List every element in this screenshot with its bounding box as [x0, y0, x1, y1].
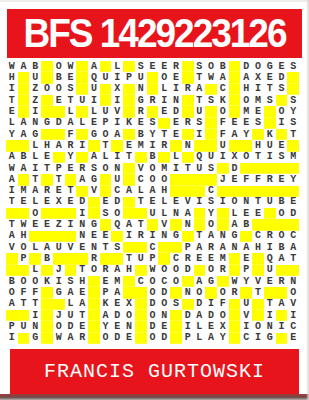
- blocked-cell: [147, 219, 159, 230]
- letter-cell: O: [147, 310, 159, 321]
- blocked-cell: [182, 231, 194, 242]
- letter-cell: U: [88, 84, 100, 95]
- blocked-cell: [18, 265, 30, 276]
- blocked-cell: [41, 321, 53, 332]
- letter-cell: G: [41, 118, 53, 129]
- letter-cell: I: [111, 72, 123, 83]
- letter-cell: A: [18, 118, 30, 129]
- blocked-cell: [135, 321, 147, 332]
- letter-cell: D: [65, 321, 77, 332]
- letter-cell: C: [135, 174, 147, 185]
- letter-cell: U: [147, 208, 159, 219]
- letter-cell: O: [217, 310, 229, 321]
- letter-cell: I: [53, 276, 65, 287]
- letter-cell: S: [205, 95, 217, 106]
- letter-cell: Q: [88, 72, 100, 83]
- blocked-cell: [88, 333, 100, 344]
- letter-cell: W: [53, 333, 65, 344]
- letter-cell: T: [76, 265, 88, 276]
- blocked-cell: [240, 287, 252, 298]
- letter-cell: I: [88, 95, 100, 106]
- letter-cell: D: [76, 197, 88, 208]
- letter-cell: C: [135, 276, 147, 287]
- letter-cell: T: [287, 253, 299, 264]
- blocked-cell: [18, 140, 30, 151]
- letter-cell: R: [276, 276, 288, 287]
- blocked-cell: [182, 276, 194, 287]
- letter-cell: Y: [65, 152, 77, 163]
- letter-cell: V: [65, 242, 77, 253]
- letter-cell: W: [205, 72, 217, 83]
- letter-cell: T: [123, 152, 135, 163]
- puzzle-grid: WABOWALSEERSOBDOGESHUBEQUIPUOETWAAXEDIZO…: [6, 61, 299, 344]
- letter-cell: A: [194, 84, 206, 95]
- letter-cell: O: [158, 72, 170, 83]
- blocked-cell: [135, 333, 147, 344]
- letter-cell: M: [287, 152, 299, 163]
- blocked-cell: [240, 186, 252, 197]
- letter-cell: A: [65, 287, 77, 298]
- letter-cell: A: [205, 333, 217, 344]
- letter-cell: A: [18, 61, 30, 72]
- blocked-cell: [41, 231, 53, 242]
- letter-cell: Y: [147, 129, 159, 140]
- letter-cell: T: [65, 186, 77, 197]
- letter-cell: I: [76, 140, 88, 151]
- letter-cell: O: [53, 61, 65, 72]
- letter-cell: E: [18, 197, 30, 208]
- letter-cell: R: [217, 265, 229, 276]
- letter-cell: L: [194, 321, 206, 332]
- blocked-cell: [100, 253, 112, 264]
- letter-cell: P: [240, 265, 252, 276]
- blocked-cell: [287, 219, 299, 230]
- letter-cell: I: [65, 219, 77, 230]
- letter-cell: E: [41, 152, 53, 163]
- blocked-cell: [76, 253, 88, 264]
- letter-cell: E: [205, 253, 217, 264]
- blocked-cell: [18, 95, 30, 106]
- blocked-cell: [287, 140, 299, 151]
- letter-cell: V: [158, 219, 170, 230]
- letter-cell: B: [6, 276, 18, 287]
- letter-cell: L: [29, 265, 41, 276]
- letter-cell: A: [76, 174, 88, 185]
- letter-cell: Z: [29, 84, 41, 95]
- letter-cell: M: [18, 186, 30, 197]
- letter-cell: C: [111, 186, 123, 197]
- letter-cell: L: [65, 299, 77, 310]
- letter-cell: B: [217, 61, 229, 72]
- letter-cell: O: [158, 265, 170, 276]
- blocked-cell: [264, 186, 276, 197]
- letter-cell: E: [88, 118, 100, 129]
- letter-cell: X: [252, 72, 264, 83]
- letter-cell: S: [252, 118, 264, 129]
- blocked-cell: [41, 72, 53, 83]
- blocked-cell: [111, 253, 123, 264]
- letter-cell: S: [205, 197, 217, 208]
- letter-cell: S: [287, 61, 299, 72]
- blocked-cell: [252, 129, 264, 140]
- letter-cell: V: [252, 276, 264, 287]
- blocked-cell: [18, 208, 30, 219]
- letter-cell: H: [76, 276, 88, 287]
- blocked-cell: [252, 299, 264, 310]
- letter-cell: V: [240, 310, 252, 321]
- blocked-cell: [76, 106, 88, 117]
- letter-cell: U: [135, 72, 147, 83]
- blocked-cell: [252, 253, 264, 264]
- letter-cell: D: [229, 163, 241, 174]
- letter-cell: E: [135, 118, 147, 129]
- letter-cell: A: [147, 186, 159, 197]
- letter-cell: E: [240, 118, 252, 129]
- letter-cell: A: [217, 242, 229, 253]
- letter-cell: R: [182, 253, 194, 264]
- blocked-cell: [88, 140, 100, 151]
- letter-cell: J: [53, 310, 65, 321]
- letter-cell: E: [65, 72, 77, 83]
- letter-cell: S: [65, 276, 77, 287]
- letter-cell: L: [29, 152, 41, 163]
- letter-cell: O: [88, 265, 100, 276]
- blocked-cell: [76, 61, 88, 72]
- blocked-cell: [111, 231, 123, 242]
- letter-cell: J: [217, 174, 229, 185]
- blocked-cell: [123, 163, 135, 174]
- blocked-cell: [65, 253, 77, 264]
- blocked-cell: [276, 129, 288, 140]
- letter-cell: Y: [217, 333, 229, 344]
- letter-cell: L: [158, 84, 170, 95]
- letter-cell: D: [111, 310, 123, 321]
- letter-cell: I: [194, 129, 206, 140]
- letter-cell: A: [88, 61, 100, 72]
- blocked-cell: [88, 197, 100, 208]
- letter-cell: U: [194, 163, 206, 174]
- blocked-cell: [18, 333, 30, 344]
- letter-cell: I: [205, 299, 217, 310]
- blocked-cell: [65, 265, 77, 276]
- blocked-cell: [229, 84, 241, 95]
- letter-cell: T: [287, 129, 299, 140]
- letter-cell: E: [158, 61, 170, 72]
- letter-cell: L: [29, 242, 41, 253]
- blocked-cell: [182, 152, 194, 163]
- letter-cell: R: [205, 242, 217, 253]
- letter-cell: D: [194, 299, 206, 310]
- letter-cell: O: [276, 208, 288, 219]
- letter-cell: E: [287, 333, 299, 344]
- letter-cell: E: [123, 140, 135, 151]
- letter-cell: A: [18, 129, 30, 140]
- letter-cell: U: [100, 106, 112, 117]
- letter-cell: Y: [6, 129, 18, 140]
- blocked-cell: [264, 106, 276, 117]
- letter-cell: I: [170, 84, 182, 95]
- blocked-cell: [135, 208, 147, 219]
- blocked-cell: [41, 129, 53, 140]
- letter-cell: P: [18, 253, 30, 264]
- blocked-cell: [170, 333, 182, 344]
- letter-cell: L: [6, 118, 18, 129]
- blocked-cell: [264, 163, 276, 174]
- letter-cell: E: [100, 276, 112, 287]
- letter-cell: L: [229, 208, 241, 219]
- blocked-cell: [205, 174, 217, 185]
- letter-cell: I: [217, 152, 229, 163]
- blocked-cell: [53, 231, 65, 242]
- blocked-cell: [229, 253, 241, 264]
- letter-cell: S: [65, 84, 77, 95]
- letter-cell: A: [194, 276, 206, 287]
- blocked-cell: [123, 106, 135, 117]
- letter-cell: R: [100, 265, 112, 276]
- letter-cell: A: [65, 333, 77, 344]
- letter-cell: M: [217, 253, 229, 264]
- letter-cell: Z: [53, 219, 65, 230]
- letter-cell: V: [88, 186, 100, 197]
- blocked-cell: [194, 140, 206, 151]
- blocked-cell: [76, 152, 88, 163]
- letter-cell: E: [6, 106, 18, 117]
- letter-cell: T: [158, 129, 170, 140]
- blocked-cell: [6, 253, 18, 264]
- blocked-cell: [123, 287, 135, 298]
- blocked-cell: [205, 140, 217, 151]
- blocked-cell: [41, 174, 53, 185]
- blocked-cell: [170, 242, 182, 253]
- letter-cell: G: [135, 95, 147, 106]
- letter-cell: T: [65, 95, 77, 106]
- letter-cell: A: [76, 299, 88, 310]
- blocked-cell: [53, 208, 65, 219]
- letter-cell: T: [6, 197, 18, 208]
- letter-cell: U: [205, 152, 217, 163]
- letter-cell: O: [205, 61, 217, 72]
- blocked-cell: [123, 276, 135, 287]
- letter-cell: N: [76, 219, 88, 230]
- letter-cell: L: [158, 197, 170, 208]
- letter-cell: R: [182, 118, 194, 129]
- letter-cell: C: [252, 231, 264, 242]
- letter-cell: T: [6, 95, 18, 106]
- blocked-cell: [276, 265, 288, 276]
- letter-cell: O: [170, 276, 182, 287]
- blocked-cell: [170, 140, 182, 151]
- letter-cell: Y: [287, 106, 299, 117]
- letter-cell: I: [276, 321, 288, 332]
- letter-cell: I: [264, 310, 276, 321]
- letter-cell: V: [6, 242, 18, 253]
- blocked-cell: [264, 219, 276, 230]
- blocked-cell: [135, 299, 147, 310]
- letter-cell: O: [29, 276, 41, 287]
- letter-cell: O: [123, 310, 135, 321]
- letter-cell: M: [252, 95, 264, 106]
- letter-cell: D: [205, 310, 217, 321]
- blocked-cell: [276, 310, 288, 321]
- letter-cell: K: [123, 118, 135, 129]
- blocked-cell: [194, 265, 206, 276]
- blocked-cell: [240, 140, 252, 151]
- blocked-cell: [158, 118, 170, 129]
- letter-cell: E: [41, 197, 53, 208]
- letter-cell: A: [276, 253, 288, 264]
- blocked-cell: [229, 72, 241, 83]
- blocked-cell: [170, 174, 182, 185]
- blocked-cell: [76, 84, 88, 95]
- blocked-cell: [252, 219, 264, 230]
- letter-cell: R: [182, 84, 194, 95]
- letter-cell: T: [252, 152, 264, 163]
- title-banner: BFS 1429223126: [7, 9, 302, 58]
- letter-cell: O: [240, 152, 252, 163]
- letter-cell: D: [53, 118, 65, 129]
- letter-cell: Y: [100, 321, 112, 332]
- blocked-cell: [182, 299, 194, 310]
- author-banner: FRANCIS GURTOWSKI: [10, 349, 299, 394]
- letter-cell: L: [135, 186, 147, 197]
- letter-cell: F: [240, 174, 252, 185]
- blocked-cell: [217, 163, 229, 174]
- letter-cell: G: [170, 231, 182, 242]
- letter-cell: B: [135, 129, 147, 140]
- blocked-cell: [41, 208, 53, 219]
- letter-cell: E: [276, 174, 288, 185]
- letter-cell: B: [147, 152, 159, 163]
- letter-cell: D: [158, 287, 170, 298]
- letter-cell: T: [100, 242, 112, 253]
- letter-cell: E: [194, 253, 206, 264]
- blocked-cell: [182, 61, 194, 72]
- letter-cell: G: [88, 219, 100, 230]
- letter-cell: G: [264, 333, 276, 344]
- blocked-cell: [100, 186, 112, 197]
- letter-cell: O: [53, 321, 65, 332]
- blocked-cell: [123, 174, 135, 185]
- letter-cell: A: [240, 72, 252, 83]
- letter-cell: R: [65, 140, 77, 151]
- letter-cell: B: [53, 72, 65, 83]
- blocked-cell: [147, 72, 159, 83]
- cover-right-edge: [306, 0, 309, 400]
- letter-cell: S: [147, 118, 159, 129]
- letter-cell: D: [182, 310, 194, 321]
- letter-cell: P: [53, 163, 65, 174]
- letter-cell: P: [6, 321, 18, 332]
- letter-cell: N: [88, 242, 100, 253]
- blocked-cell: [41, 299, 53, 310]
- letter-cell: N: [182, 219, 194, 230]
- letter-cell: S: [194, 61, 206, 72]
- letter-cell: L: [170, 152, 182, 163]
- letter-cell: C: [147, 242, 159, 253]
- blocked-cell: [194, 208, 206, 219]
- blocked-cell: [229, 106, 241, 117]
- letter-cell: I: [6, 186, 18, 197]
- letter-cell: T: [182, 163, 194, 174]
- letter-cell: A: [6, 299, 18, 310]
- letter-cell: Q: [111, 219, 123, 230]
- letter-cell: E: [170, 72, 182, 83]
- letter-cell: I: [111, 152, 123, 163]
- blocked-cell: [100, 95, 112, 106]
- blocked-cell: [194, 219, 206, 230]
- letter-cell: D: [276, 72, 288, 83]
- letter-cell: D: [287, 208, 299, 219]
- blocked-cell: [229, 186, 241, 197]
- letter-cell: O: [240, 95, 252, 106]
- blocked-cell: [276, 163, 288, 174]
- blocked-cell: [264, 287, 276, 298]
- letter-cell: U: [111, 174, 123, 185]
- letter-cell: T: [194, 72, 206, 83]
- blocked-cell: [88, 310, 100, 321]
- letter-cell: V: [287, 299, 299, 310]
- letter-cell: Y: [240, 276, 252, 287]
- letter-cell: G: [29, 333, 41, 344]
- letter-cell: A: [182, 208, 194, 219]
- letter-cell: B: [29, 61, 41, 72]
- letter-cell: G: [29, 129, 41, 140]
- letter-cell: O: [100, 333, 112, 344]
- letter-cell: R: [41, 186, 53, 197]
- blocked-cell: [170, 321, 182, 332]
- letter-cell: T: [6, 219, 18, 230]
- letter-cell: F: [217, 118, 229, 129]
- blocked-cell: [276, 287, 288, 298]
- letter-cell: D: [111, 197, 123, 208]
- letter-cell: A: [53, 140, 65, 151]
- letter-cell: O: [252, 61, 264, 72]
- letter-cell: E: [100, 231, 112, 242]
- blocked-cell: [41, 333, 53, 344]
- blocked-cell: [6, 265, 18, 276]
- letter-cell: T: [100, 140, 112, 151]
- letter-cell: I: [111, 95, 123, 106]
- letter-cell: M: [240, 106, 252, 117]
- letter-cell: L: [76, 118, 88, 129]
- letter-cell: I: [170, 163, 182, 174]
- letter-cell: O: [194, 287, 206, 298]
- blocked-cell: [123, 95, 135, 106]
- blocked-cell: [123, 61, 135, 72]
- letter-cell: E: [240, 253, 252, 264]
- letter-cell: Y: [205, 208, 217, 219]
- letter-cell: E: [29, 219, 41, 230]
- blocked-cell: [6, 310, 18, 321]
- letter-cell: C: [205, 186, 217, 197]
- letter-cell: I: [111, 118, 123, 129]
- blocked-cell: [287, 72, 299, 83]
- letter-cell: N: [240, 197, 252, 208]
- letter-cell: S: [100, 208, 112, 219]
- cover-bottom-edge: [0, 394, 309, 400]
- blocked-cell: [76, 129, 88, 140]
- letter-cell: W: [229, 276, 241, 287]
- book-cover: BFS 1429223126 WABOWALSEERSOBDOGESHUBEQU…: [0, 0, 309, 400]
- letter-cell: E: [252, 208, 264, 219]
- letter-cell: V: [135, 163, 147, 174]
- blocked-cell: [123, 129, 135, 140]
- letter-cell: S: [135, 61, 147, 72]
- blocked-cell: [276, 186, 288, 197]
- letter-cell: R: [170, 61, 182, 72]
- letter-cell: A: [65, 118, 77, 129]
- letter-cell: O: [18, 276, 30, 287]
